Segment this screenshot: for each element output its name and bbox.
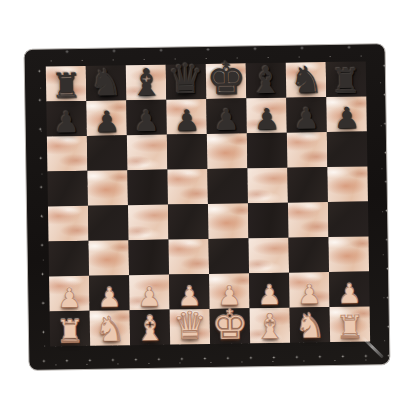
square-b2[interactable]: ♟: [89, 275, 130, 311]
white-queen[interactable]: ♛: [173, 309, 208, 345]
square-c6[interactable]: [127, 135, 168, 171]
white-bishop[interactable]: ♝: [134, 313, 165, 345]
square-e4[interactable]: [208, 203, 249, 239]
board-frame: ♜♞♝♛♚♝♞♜♟♟♟♟♟♟♟♟♟♟♟♟♟♟♟♟♜♞♝♛♚♝♞♜: [23, 43, 390, 371]
square-c1[interactable]: ♝: [130, 310, 171, 346]
square-c3[interactable]: [129, 240, 170, 276]
black-pawn[interactable]: ♟: [173, 107, 199, 134]
square-d8[interactable]: ♛: [166, 64, 207, 100]
square-b4[interactable]: [88, 205, 129, 241]
square-f4[interactable]: [248, 203, 289, 239]
square-e7[interactable]: ♟: [206, 98, 247, 134]
square-g1[interactable]: ♞: [290, 307, 331, 343]
square-b5[interactable]: [87, 170, 128, 206]
white-pawn[interactable]: ♟: [57, 286, 82, 311]
black-pawn[interactable]: ♟: [293, 106, 319, 133]
black-pawn[interactable]: ♟: [93, 109, 119, 136]
black-bishop[interactable]: ♝: [129, 66, 163, 101]
square-h6[interactable]: [327, 131, 368, 167]
square-f5[interactable]: [247, 168, 288, 204]
square-c7[interactable]: ♟: [126, 100, 167, 136]
square-f1[interactable]: ♝: [250, 308, 291, 344]
square-e3[interactable]: [209, 238, 250, 274]
square-h5[interactable]: [327, 166, 368, 202]
square-c4[interactable]: [128, 205, 169, 241]
square-h1[interactable]: ♜: [330, 306, 371, 342]
black-knight[interactable]: ♞: [289, 63, 323, 98]
white-pawn[interactable]: ♟: [337, 282, 362, 307]
black-king[interactable]: ♚: [206, 58, 246, 99]
white-knight[interactable]: ♞: [94, 314, 125, 346]
black-pawn[interactable]: ♟: [333, 105, 359, 132]
square-b8[interactable]: ♞: [86, 65, 127, 101]
square-a6[interactable]: [47, 136, 88, 172]
square-e1[interactable]: ♚: [210, 308, 251, 344]
black-bishop[interactable]: ♝: [249, 64, 283, 99]
black-pawn[interactable]: ♟: [253, 106, 279, 133]
square-h4[interactable]: [328, 201, 369, 237]
square-f6[interactable]: [247, 133, 288, 169]
black-pawn[interactable]: ♟: [133, 108, 159, 135]
white-knight[interactable]: ♞: [294, 311, 325, 343]
black-rook[interactable]: ♜: [331, 65, 362, 97]
square-d5[interactable]: [167, 169, 208, 205]
white-pawn[interactable]: ♟: [137, 285, 162, 310]
white-king[interactable]: ♚: [211, 306, 248, 344]
square-f7[interactable]: ♟: [246, 98, 287, 134]
square-b3[interactable]: [89, 240, 130, 276]
square-a3[interactable]: [49, 241, 90, 277]
white-pawn[interactable]: ♟: [97, 286, 122, 311]
square-b6[interactable]: [87, 135, 128, 171]
square-g2[interactable]: ♟: [289, 272, 330, 308]
chess-board: ♜♞♝♛♚♝♞♜♟♟♟♟♟♟♟♟♟♟♟♟♟♟♟♟♜♞♝♛♚♝♞♜: [46, 61, 370, 346]
black-knight[interactable]: ♞: [89, 66, 123, 101]
photo-background: ♜♞♝♛♚♝♞♜♟♟♟♟♟♟♟♟♟♟♟♟♟♟♟♟♜♞♝♛♚♝♞♜: [0, 0, 416, 416]
white-rook[interactable]: ♜: [56, 317, 85, 347]
black-queen[interactable]: ♛: [167, 61, 204, 99]
square-d7[interactable]: ♟: [166, 99, 207, 135]
square-d4[interactable]: [168, 204, 209, 240]
square-e5[interactable]: [207, 168, 248, 204]
square-g6[interactable]: [287, 132, 328, 168]
square-e6[interactable]: [207, 133, 248, 169]
black-pawn[interactable]: ♟: [53, 109, 79, 136]
square-g4[interactable]: [288, 202, 329, 238]
square-h2[interactable]: ♟: [329, 271, 370, 307]
square-c5[interactable]: [127, 170, 168, 206]
square-c8[interactable]: ♝: [126, 65, 167, 101]
white-rook[interactable]: ♜: [336, 312, 365, 342]
black-pawn[interactable]: ♟: [213, 107, 239, 134]
square-a2[interactable]: ♟: [49, 276, 90, 312]
square-c2[interactable]: ♟: [129, 275, 170, 311]
square-b1[interactable]: ♞: [90, 310, 131, 346]
square-a1[interactable]: ♜: [50, 311, 91, 347]
square-h3[interactable]: [328, 236, 369, 272]
square-a8[interactable]: ♜: [46, 66, 87, 102]
square-d3[interactable]: [169, 239, 210, 275]
square-f3[interactable]: [248, 238, 289, 274]
black-rook[interactable]: ♜: [51, 70, 82, 102]
square-e8[interactable]: ♚: [206, 63, 247, 99]
square-a4[interactable]: [48, 206, 89, 242]
white-pawn[interactable]: ♟: [297, 282, 322, 307]
square-a7[interactable]: ♟: [46, 101, 87, 137]
square-g5[interactable]: [287, 167, 328, 203]
square-d1[interactable]: ♛: [170, 309, 211, 345]
square-g3[interactable]: [288, 237, 329, 273]
square-g7[interactable]: ♟: [286, 97, 327, 133]
square-h8[interactable]: ♜: [326, 61, 367, 97]
square-b7[interactable]: ♟: [86, 100, 127, 136]
white-bishop[interactable]: ♝: [254, 311, 285, 343]
square-f8[interactable]: ♝: [246, 63, 287, 99]
white-pawn[interactable]: ♟: [257, 283, 282, 308]
square-h7[interactable]: ♟: [326, 96, 367, 132]
square-a5[interactable]: [47, 171, 88, 207]
square-f2[interactable]: ♟: [249, 273, 290, 309]
square-g8[interactable]: ♞: [286, 62, 327, 98]
square-d6[interactable]: [167, 134, 208, 170]
